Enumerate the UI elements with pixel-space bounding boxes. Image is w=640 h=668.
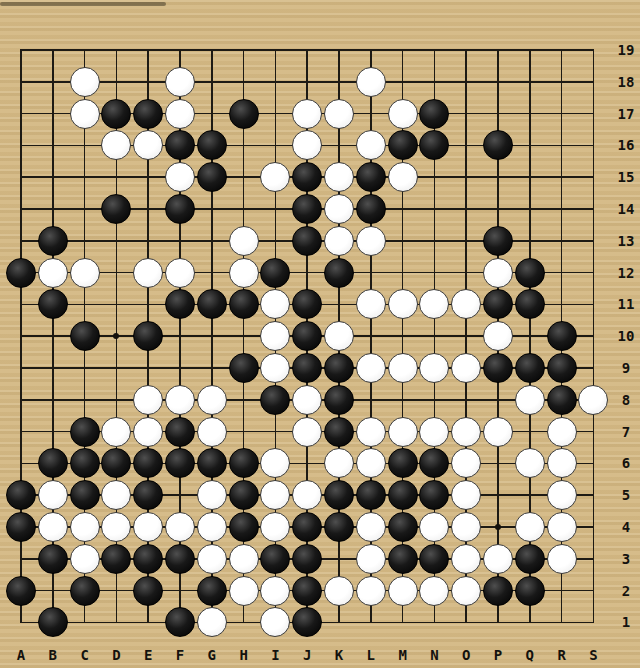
column-label: R <box>552 646 572 664</box>
column-label: N <box>424 646 444 664</box>
stone-black <box>419 130 449 160</box>
stone-white <box>70 99 100 129</box>
stone-black <box>292 289 322 319</box>
star-point <box>113 333 119 339</box>
stone-black <box>324 385 354 415</box>
stone-white <box>260 607 290 637</box>
stone-white <box>324 194 354 224</box>
row-label: 18 <box>612 73 640 91</box>
stone-black <box>229 480 259 510</box>
stone-white <box>38 480 68 510</box>
column-label: B <box>43 646 63 664</box>
stone-white <box>515 512 545 542</box>
stone-white <box>451 512 481 542</box>
stone-black <box>483 289 513 319</box>
stone-white <box>356 130 386 160</box>
stone-white <box>356 289 386 319</box>
row-label: 3 <box>612 550 640 568</box>
column-label: I <box>265 646 285 664</box>
stone-white <box>356 67 386 97</box>
stone-black <box>229 448 259 478</box>
stone-black <box>292 544 322 574</box>
stone-black <box>292 512 322 542</box>
stone-white <box>388 417 418 447</box>
stone-white <box>547 544 577 574</box>
stone-white <box>356 576 386 606</box>
column-label: A <box>11 646 31 664</box>
stone-black <box>547 321 577 351</box>
stone-white <box>133 130 163 160</box>
stone-white <box>260 576 290 606</box>
stone-black <box>38 544 68 574</box>
column-label: J <box>297 646 317 664</box>
stone-black <box>70 321 100 351</box>
stone-white <box>388 99 418 129</box>
go-board-screenshot: A19B18C17D16E15F14G13H12I11J10K9L8M7N6O5… <box>0 0 640 668</box>
stone-white <box>165 67 195 97</box>
stone-black <box>70 576 100 606</box>
stone-black <box>38 607 68 637</box>
stone-black <box>229 99 259 129</box>
stone-black <box>101 448 131 478</box>
stone-white <box>38 512 68 542</box>
stone-white <box>133 512 163 542</box>
stone-white <box>260 162 290 192</box>
column-label: P <box>488 646 508 664</box>
stone-white <box>101 130 131 160</box>
stone-white <box>356 512 386 542</box>
stone-black <box>165 130 195 160</box>
row-label: 15 <box>612 168 640 186</box>
stone-black <box>483 576 513 606</box>
column-label: S <box>583 646 603 664</box>
column-label: G <box>202 646 222 664</box>
stone-white <box>70 67 100 97</box>
stone-black <box>419 544 449 574</box>
stone-white <box>229 544 259 574</box>
stone-white <box>70 512 100 542</box>
stone-white <box>483 544 513 574</box>
stone-black <box>260 544 290 574</box>
stone-black <box>133 448 163 478</box>
stone-white <box>292 385 322 415</box>
stone-white <box>324 576 354 606</box>
stone-white <box>101 480 131 510</box>
stone-black <box>419 480 449 510</box>
stone-black <box>70 417 100 447</box>
stone-white <box>356 544 386 574</box>
stone-white <box>70 258 100 288</box>
column-label: L <box>361 646 381 664</box>
column-label: K <box>329 646 349 664</box>
stone-black <box>419 99 449 129</box>
stone-white <box>451 289 481 319</box>
stone-white <box>70 544 100 574</box>
stone-black <box>165 194 195 224</box>
stone-white <box>260 512 290 542</box>
stone-black <box>6 576 36 606</box>
stone-black <box>292 321 322 351</box>
column-label: M <box>393 646 413 664</box>
stone-black <box>133 99 163 129</box>
stone-white <box>324 162 354 192</box>
stone-white <box>388 576 418 606</box>
stone-white <box>356 226 386 256</box>
stone-black <box>38 448 68 478</box>
stone-black <box>292 607 322 637</box>
stone-white <box>133 258 163 288</box>
grid-line-v <box>593 49 595 623</box>
stone-white <box>451 448 481 478</box>
stone-black <box>197 289 227 319</box>
stone-white <box>451 480 481 510</box>
stone-white <box>197 512 227 542</box>
stone-black <box>515 258 545 288</box>
stone-white <box>260 321 290 351</box>
stone-white <box>578 385 608 415</box>
stone-black <box>292 194 322 224</box>
stone-black <box>229 353 259 383</box>
stone-black <box>483 226 513 256</box>
stone-black <box>133 544 163 574</box>
stone-white <box>165 512 195 542</box>
column-label: O <box>456 646 476 664</box>
stone-white <box>388 353 418 383</box>
column-label: D <box>106 646 126 664</box>
stone-white <box>165 385 195 415</box>
stone-black <box>197 448 227 478</box>
stone-black <box>324 480 354 510</box>
stone-white <box>419 512 449 542</box>
stone-black <box>324 512 354 542</box>
stone-black <box>292 353 322 383</box>
stone-black <box>133 321 163 351</box>
stone-white <box>260 448 290 478</box>
stone-black <box>229 289 259 319</box>
stone-black <box>165 544 195 574</box>
stone-white <box>419 289 449 319</box>
stone-white <box>229 226 259 256</box>
stone-black <box>101 194 131 224</box>
stone-white <box>229 258 259 288</box>
stone-white <box>197 480 227 510</box>
stone-black <box>324 353 354 383</box>
row-label: 2 <box>612 582 640 600</box>
stone-white <box>292 417 322 447</box>
stone-white <box>197 544 227 574</box>
stone-black <box>515 544 545 574</box>
stone-white <box>260 480 290 510</box>
stone-white <box>324 448 354 478</box>
column-label: H <box>234 646 254 664</box>
stone-black <box>70 448 100 478</box>
stone-black <box>165 448 195 478</box>
stone-black <box>388 448 418 478</box>
stone-white <box>101 417 131 447</box>
row-label: 1 <box>612 613 640 631</box>
stone-black <box>515 576 545 606</box>
stone-white <box>419 417 449 447</box>
column-label: Q <box>520 646 540 664</box>
stone-white <box>356 417 386 447</box>
stone-white <box>483 417 513 447</box>
stone-black <box>356 194 386 224</box>
stone-black <box>292 576 322 606</box>
stone-white <box>451 576 481 606</box>
stone-white <box>197 385 227 415</box>
stone-black <box>165 289 195 319</box>
stone-black <box>356 162 386 192</box>
stone-white <box>165 162 195 192</box>
stone-black <box>356 480 386 510</box>
stone-white <box>197 417 227 447</box>
stone-black <box>388 480 418 510</box>
stone-black <box>483 130 513 160</box>
stone-white <box>547 480 577 510</box>
stone-black <box>547 385 577 415</box>
stone-white <box>165 258 195 288</box>
stone-black <box>229 512 259 542</box>
stone-white <box>260 289 290 319</box>
stone-white <box>483 321 513 351</box>
stone-black <box>388 544 418 574</box>
stone-white <box>547 512 577 542</box>
stone-black <box>292 162 322 192</box>
stone-white <box>260 353 290 383</box>
stone-black <box>6 258 36 288</box>
stone-white <box>38 258 68 288</box>
stone-black <box>6 512 36 542</box>
star-point <box>495 524 501 530</box>
stone-white <box>515 448 545 478</box>
stone-white <box>165 99 195 129</box>
stone-white <box>547 417 577 447</box>
stone-black <box>197 162 227 192</box>
stone-white <box>292 480 322 510</box>
stone-white <box>324 321 354 351</box>
row-label: 16 <box>612 136 640 154</box>
row-label: 11 <box>612 295 640 313</box>
stone-black <box>165 607 195 637</box>
stone-black <box>165 417 195 447</box>
stone-white <box>197 607 227 637</box>
stone-black <box>419 448 449 478</box>
stone-black <box>292 226 322 256</box>
stone-white <box>324 226 354 256</box>
stone-white <box>388 162 418 192</box>
stone-white <box>451 544 481 574</box>
stone-white <box>483 258 513 288</box>
row-label: 13 <box>612 232 640 250</box>
stone-black <box>388 130 418 160</box>
stone-white <box>547 448 577 478</box>
column-label: C <box>75 646 95 664</box>
stone-white <box>292 130 322 160</box>
stone-white <box>451 417 481 447</box>
stone-white <box>419 353 449 383</box>
stone-black <box>260 385 290 415</box>
stone-white <box>419 576 449 606</box>
row-label: 12 <box>612 264 640 282</box>
stone-black <box>133 576 163 606</box>
stone-black <box>6 480 36 510</box>
row-label: 5 <box>612 486 640 504</box>
wood-texture-streak <box>0 2 166 6</box>
stone-white <box>133 385 163 415</box>
row-label: 17 <box>612 105 640 123</box>
row-label: 14 <box>612 200 640 218</box>
stone-black <box>70 480 100 510</box>
stone-black <box>260 258 290 288</box>
stone-black <box>38 289 68 319</box>
stone-black <box>324 258 354 288</box>
stone-black <box>483 353 513 383</box>
stone-black <box>197 130 227 160</box>
stone-black <box>38 226 68 256</box>
stone-white <box>388 289 418 319</box>
stone-white <box>292 99 322 129</box>
row-label: 7 <box>612 423 640 441</box>
stone-black <box>101 99 131 129</box>
stone-black <box>101 544 131 574</box>
stone-white <box>515 385 545 415</box>
stone-black <box>133 480 163 510</box>
stone-white <box>324 99 354 129</box>
row-label: 10 <box>612 327 640 345</box>
column-label: E <box>138 646 158 664</box>
stone-white <box>356 448 386 478</box>
row-label: 19 <box>612 41 640 59</box>
stone-white <box>101 512 131 542</box>
stone-black <box>324 417 354 447</box>
column-label: F <box>170 646 190 664</box>
stone-black <box>388 512 418 542</box>
row-label: 9 <box>612 359 640 377</box>
stone-white <box>229 576 259 606</box>
row-label: 8 <box>612 391 640 409</box>
row-label: 6 <box>612 454 640 472</box>
row-label: 4 <box>612 518 640 536</box>
stone-white <box>451 353 481 383</box>
stone-white <box>356 353 386 383</box>
stone-black <box>515 289 545 319</box>
stone-black <box>547 353 577 383</box>
stone-black <box>197 576 227 606</box>
stone-black <box>515 353 545 383</box>
stone-white <box>133 417 163 447</box>
